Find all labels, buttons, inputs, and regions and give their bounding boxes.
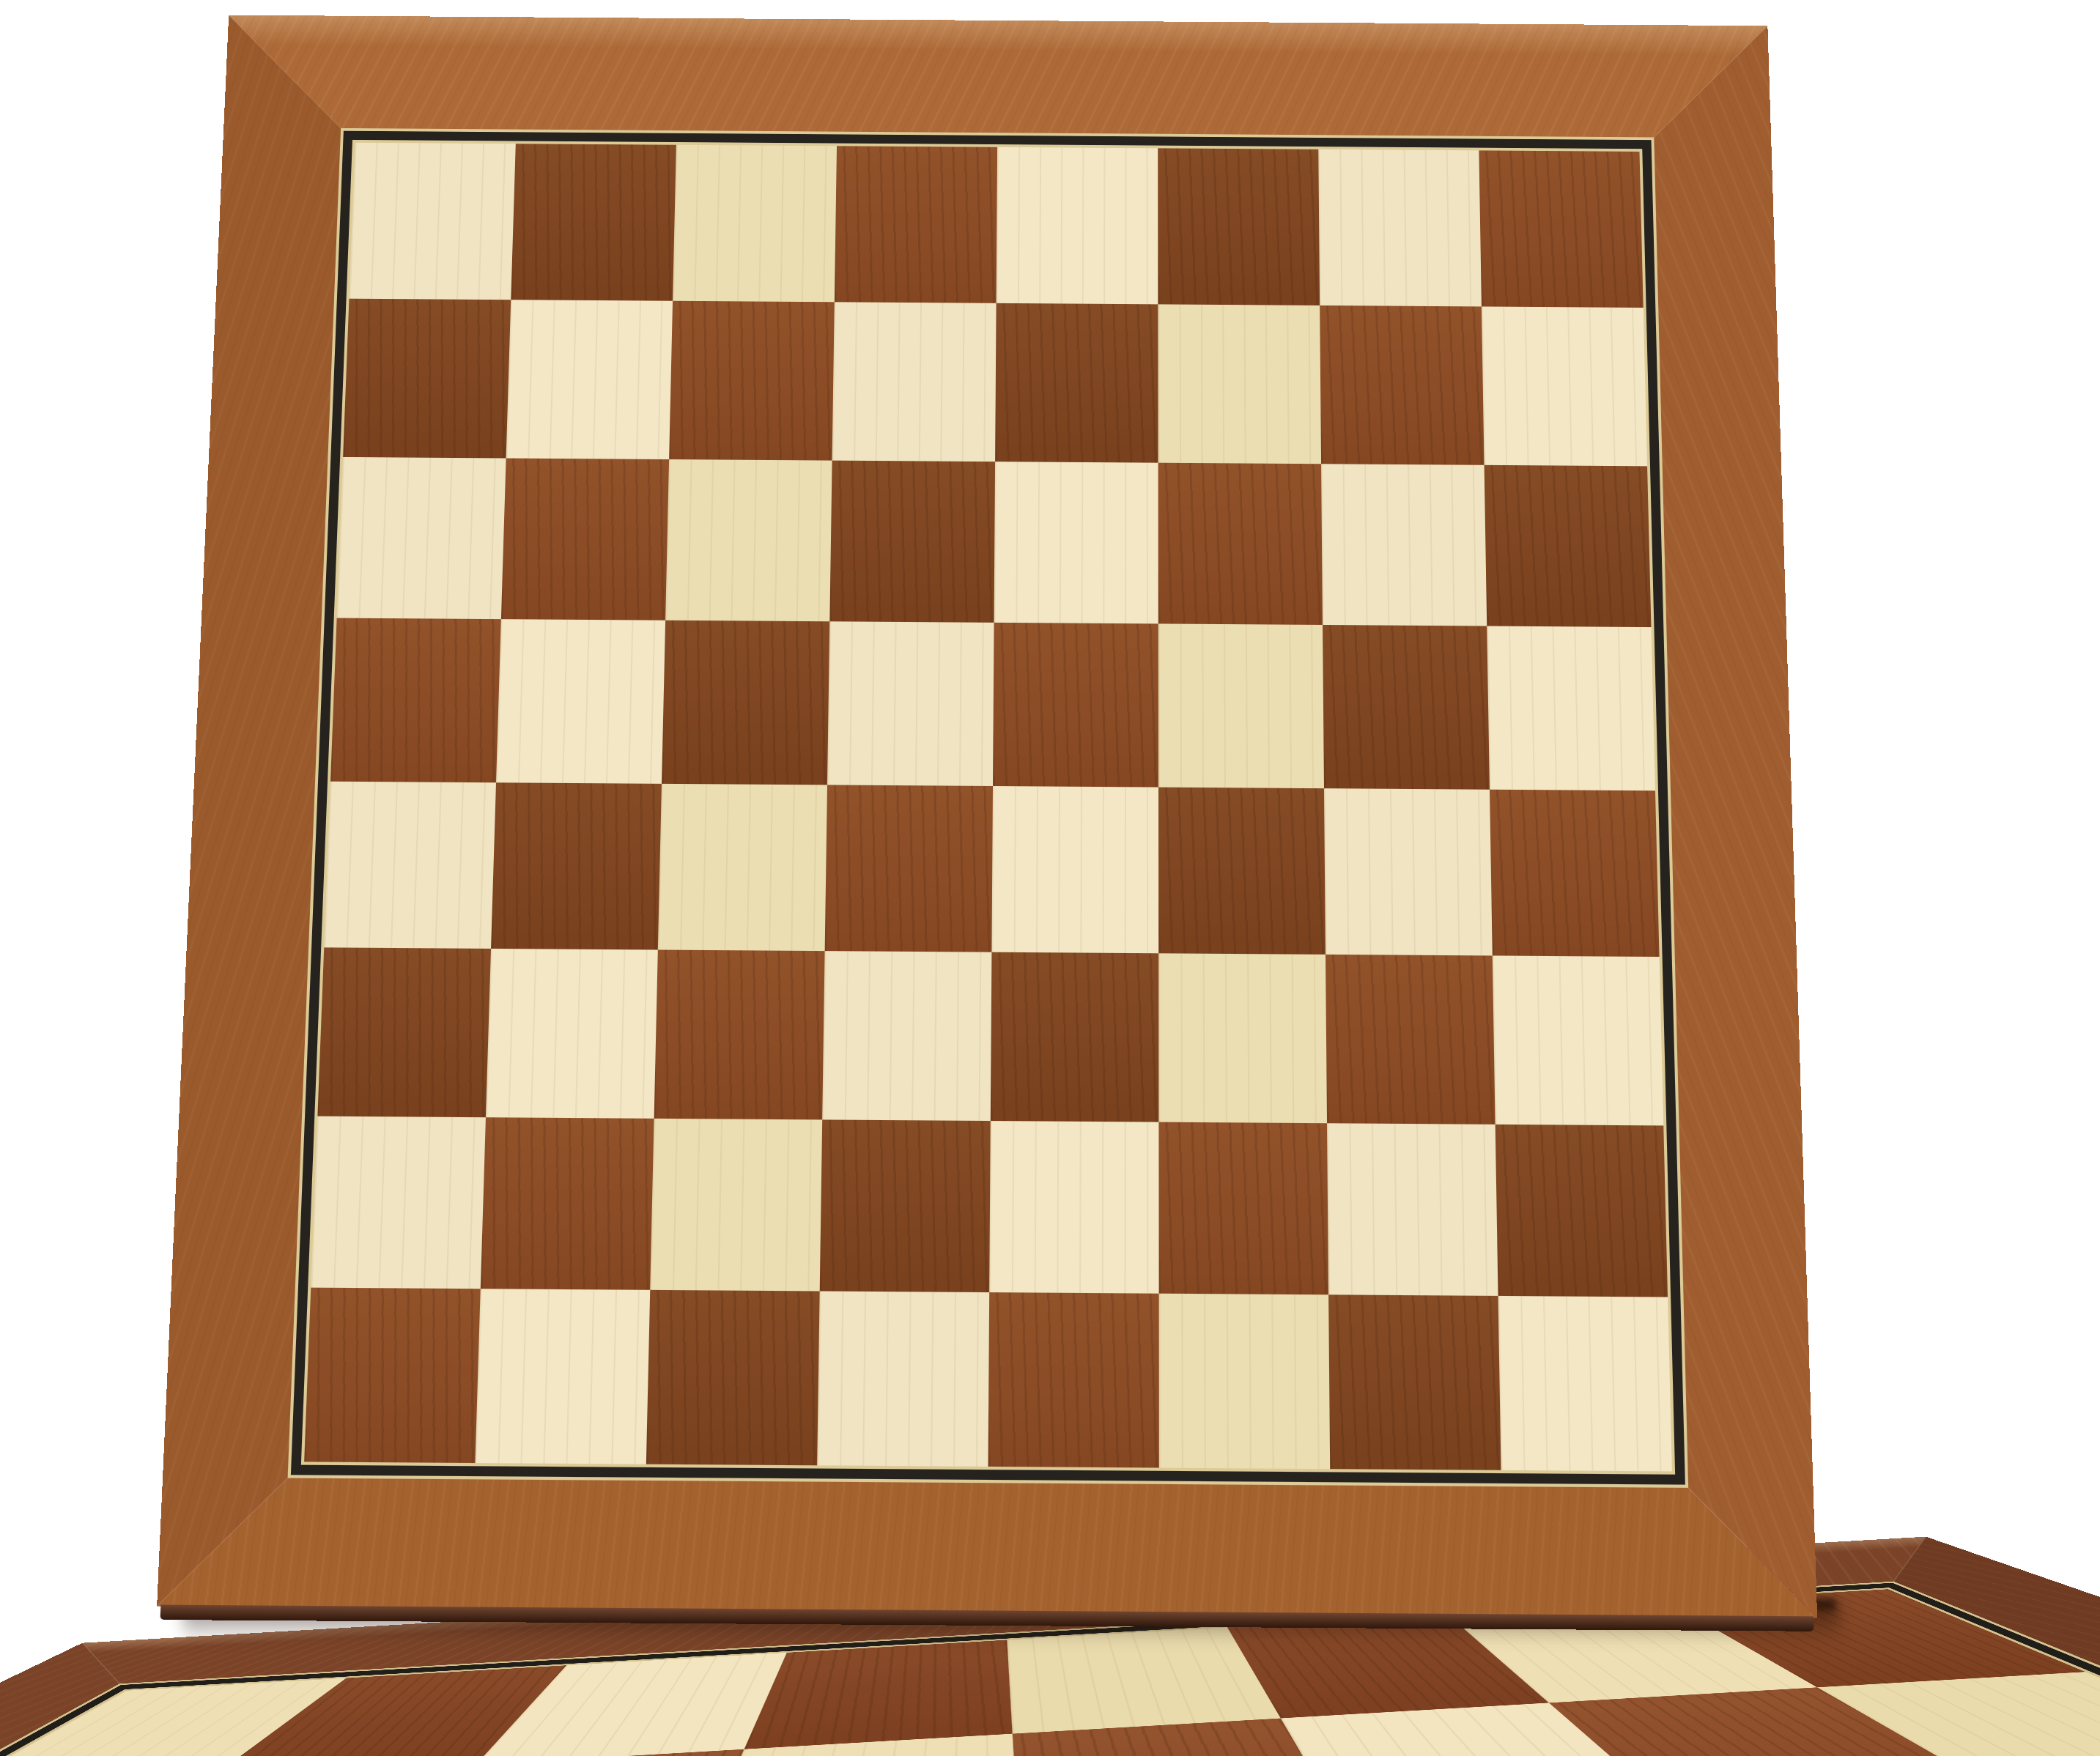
upright-square-g4[interactable] <box>1324 788 1493 955</box>
upright-square-g1[interactable] <box>1328 1294 1501 1470</box>
upright-square-b8[interactable] <box>511 144 676 301</box>
upright-square-d8[interactable] <box>835 146 997 303</box>
upright-square-b4[interactable] <box>491 782 662 949</box>
upright-square-f2[interactable] <box>1158 1122 1328 1295</box>
upright-square-h4[interactable] <box>1490 790 1660 957</box>
upright-square-e7[interactable] <box>995 303 1158 463</box>
upright-square-a4[interactable] <box>324 782 496 949</box>
upright-square-a6[interactable] <box>337 457 506 619</box>
upright-square-d4[interactable] <box>825 785 993 952</box>
upright-square-g2[interactable] <box>1327 1123 1498 1296</box>
upright-square-e4[interactable] <box>991 786 1158 953</box>
upright-square-g3[interactable] <box>1326 955 1495 1125</box>
upright-square-b1[interactable] <box>475 1289 650 1464</box>
upright-square-h5[interactable] <box>1487 626 1655 791</box>
upright-square-f7[interactable] <box>1158 304 1321 464</box>
upright-square-e6[interactable] <box>994 462 1158 623</box>
upright-square-d5[interactable] <box>827 621 994 786</box>
upright-playing-area <box>304 143 1672 1472</box>
upright-square-h3[interactable] <box>1493 955 1663 1125</box>
upright-board-wrapper <box>188 0 1797 1590</box>
upright-square-d3[interactable] <box>822 951 991 1121</box>
upright-square-c5[interactable] <box>662 620 829 785</box>
upright-square-b3[interactable] <box>486 949 658 1119</box>
upright-square-c7[interactable] <box>669 301 835 461</box>
upright-square-a1[interactable] <box>304 1288 481 1463</box>
upright-square-e5[interactable] <box>993 623 1158 788</box>
upright-square-a8[interactable] <box>349 143 515 300</box>
upright-chessboard <box>157 15 1817 1618</box>
upright-inlay-pinstripe-inner <box>301 140 1675 1475</box>
upright-square-d7[interactable] <box>832 302 997 462</box>
upright-square-h6[interactable] <box>1485 465 1652 627</box>
upright-square-h1[interactable] <box>1498 1296 1672 1472</box>
upright-square-h2[interactable] <box>1495 1125 1668 1297</box>
product-photo-scene <box>0 0 2100 1756</box>
upright-square-e2[interactable] <box>989 1121 1158 1294</box>
upright-square-g8[interactable] <box>1318 149 1482 307</box>
upright-square-b2[interactable] <box>481 1117 654 1290</box>
upright-square-d6[interactable] <box>829 461 995 623</box>
upright-square-f1[interactable] <box>1159 1294 1331 1469</box>
upright-square-a5[interactable] <box>330 618 501 783</box>
upright-square-a3[interactable] <box>317 947 491 1117</box>
upright-square-c1[interactable] <box>646 1290 820 1465</box>
upright-square-c3[interactable] <box>654 950 825 1120</box>
upright-inlay-black-line <box>291 131 1685 1485</box>
upright-square-a7[interactable] <box>343 299 511 459</box>
upright-square-c6[interactable] <box>665 459 832 621</box>
upright-square-c2[interactable] <box>650 1119 822 1292</box>
upright-square-e8[interactable] <box>997 147 1158 305</box>
flat-square-d8 <box>744 1640 1013 1749</box>
upright-square-c8[interactable] <box>673 145 837 303</box>
upright-square-h8[interactable] <box>1479 150 1643 308</box>
upright-inlay-pinstripe-outer <box>288 128 1689 1488</box>
upright-square-b6[interactable] <box>501 458 669 620</box>
flat-square-b1 <box>1945 0 2100 154</box>
upright-square-g6[interactable] <box>1321 464 1487 626</box>
upright-square-f4[interactable] <box>1158 788 1326 955</box>
upright-square-d1[interactable] <box>817 1291 989 1466</box>
upright-square-f6[interactable] <box>1158 463 1323 625</box>
upright-square-e3[interactable] <box>991 952 1159 1122</box>
upright-square-h7[interactable] <box>1482 306 1647 466</box>
upright-square-g5[interactable] <box>1323 625 1490 790</box>
upright-square-g7[interactable] <box>1320 305 1484 465</box>
upright-square-b5[interactable] <box>496 619 665 784</box>
upright-board-perspective <box>188 0 1797 1590</box>
upright-square-a2[interactable] <box>311 1116 486 1289</box>
upright-square-f3[interactable] <box>1158 953 1327 1123</box>
upright-square-c4[interactable] <box>658 784 827 951</box>
upright-square-d2[interactable] <box>820 1119 991 1292</box>
upright-square-f8[interactable] <box>1158 148 1320 305</box>
upright-square-f5[interactable] <box>1158 623 1324 788</box>
upright-square-b7[interactable] <box>506 300 673 459</box>
upright-square-e1[interactable] <box>988 1292 1159 1467</box>
